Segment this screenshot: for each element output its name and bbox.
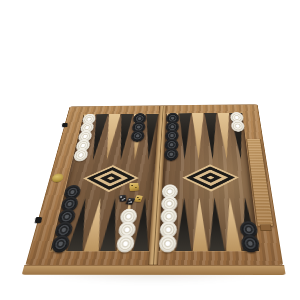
perspective-scene bbox=[24, 105, 284, 275]
board-half-left bbox=[50, 114, 158, 252]
stack-point-6 bbox=[158, 184, 177, 252]
point-5[interactable] bbox=[175, 198, 192, 252]
point-4-triangle bbox=[192, 198, 209, 252]
doubling-cube[interactable] bbox=[129, 183, 139, 192]
diamond-motif-right bbox=[182, 164, 240, 192]
stack-point-19 bbox=[164, 113, 179, 161]
white-checker[interactable] bbox=[72, 149, 89, 162]
case-clasp-bottom bbox=[35, 217, 42, 223]
black-checker[interactable] bbox=[240, 235, 259, 252]
backgammon-board bbox=[26, 105, 282, 265]
case-clasp-top bbox=[62, 123, 67, 127]
white-checker[interactable] bbox=[158, 235, 176, 252]
photo-stage bbox=[0, 0, 300, 300]
black-checker[interactable] bbox=[50, 235, 71, 252]
black-checker[interactable] bbox=[130, 130, 145, 142]
board-half-right bbox=[159, 113, 259, 251]
stack-point-1 bbox=[239, 221, 260, 252]
point-5-triangle bbox=[175, 198, 192, 252]
point-19[interactable] bbox=[164, 113, 179, 159]
point-20[interactable] bbox=[178, 113, 192, 159]
white-checker[interactable] bbox=[230, 120, 244, 131]
stack-point-24 bbox=[230, 112, 245, 132]
point-20-triangle bbox=[178, 113, 192, 159]
case-front-face bbox=[22, 265, 286, 275]
stack-point-17 bbox=[130, 113, 146, 142]
point-6[interactable] bbox=[159, 198, 177, 251]
white-checker[interactable] bbox=[115, 235, 134, 252]
black-checker[interactable] bbox=[164, 148, 178, 161]
brass-medallion bbox=[51, 173, 64, 182]
point-4[interactable] bbox=[192, 198, 209, 252]
point-24[interactable] bbox=[230, 113, 248, 160]
